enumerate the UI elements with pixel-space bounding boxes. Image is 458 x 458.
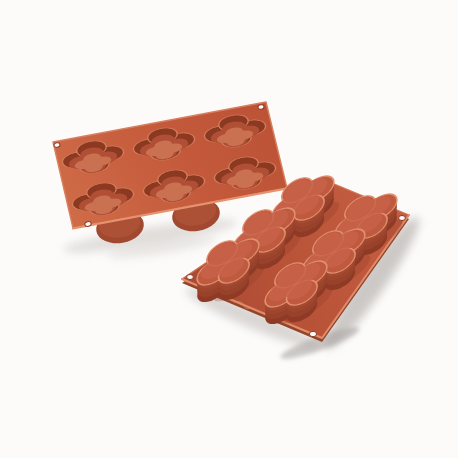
photo-stage: [0, 0, 458, 458]
corner-hole: [399, 216, 406, 221]
corner-hole: [309, 331, 316, 336]
corner-hole: [84, 221, 91, 227]
corner-hole: [54, 142, 61, 148]
product-photo: [0, 0, 458, 458]
corner-hole: [258, 104, 265, 110]
corner-hole: [187, 275, 194, 280]
